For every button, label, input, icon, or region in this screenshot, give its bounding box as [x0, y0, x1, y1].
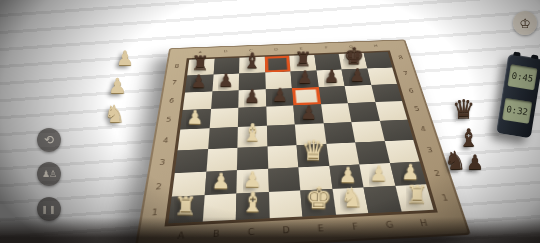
- square-f6[interactable]: [318, 86, 348, 105]
- square-d5[interactable]: [266, 106, 295, 126]
- square-b4[interactable]: [208, 127, 238, 149]
- square-c4[interactable]: ♝: [237, 126, 267, 148]
- square-h7[interactable]: [367, 67, 397, 84]
- file-label-far-h: H: [363, 43, 389, 49]
- square-g6[interactable]: [345, 85, 375, 104]
- rank-label-right-2: 2: [427, 162, 447, 187]
- white-rook-a1[interactable]: ♜: [174, 194, 198, 220]
- undo-icon: ⟲: [44, 133, 54, 147]
- square-d6[interactable]: ♟: [265, 88, 293, 107]
- rank-label-right-3: 3: [420, 139, 439, 162]
- square-h5[interactable]: [375, 101, 407, 121]
- square-a7[interactable]: ♟: [185, 74, 213, 92]
- white-pawn-g2[interactable]: ♟: [369, 163, 388, 184]
- square-d1[interactable]: [268, 191, 302, 218]
- pieces-icon: ♟♙: [42, 169, 56, 179]
- file-label-g: G: [372, 220, 409, 234]
- square-d2[interactable]: [268, 167, 301, 192]
- square-f7[interactable]: ♟: [316, 69, 345, 86]
- square-g4[interactable]: [351, 121, 384, 142]
- white-pawn-b2[interactable]: ♟: [211, 170, 231, 192]
- black-pawn-b7[interactable]: ♟: [217, 71, 233, 89]
- captured-white-pawn: ♟: [108, 76, 127, 97]
- square-e1[interactable]: ♚: [300, 189, 335, 216]
- board-playing-area: ♜♝♜♚♟♟♟♟♟♟♟♟♟♝♛♟♟♟♟♟♜♝♚♞♜: [164, 50, 437, 226]
- captured-black-queen: ♛: [452, 96, 475, 122]
- pause-icon: ❚❚: [41, 205, 56, 214]
- square-h1[interactable]: ♜: [395, 185, 434, 212]
- rank-label-left-6: 6: [164, 92, 178, 111]
- rank-label-left-8: 8: [170, 58, 183, 75]
- rank-label-right-5: 5: [408, 100, 426, 120]
- square-b1[interactable]: [202, 194, 236, 222]
- clock-button-right[interactable]: [531, 54, 539, 59]
- white-bishop-c1[interactable]: ♝: [240, 189, 265, 216]
- square-h8[interactable]: [363, 52, 392, 68]
- black-pawn-g7[interactable]: ♟: [350, 66, 366, 84]
- file-label-far-b: B: [213, 49, 239, 55]
- square-c8[interactable]: ♝: [239, 57, 265, 74]
- board-scene: ABCDEFGH ABCDEFGH 87654321 87654321 ♜♝♜♚…: [142, 0, 452, 243]
- rank-label-left-2: 2: [150, 174, 167, 200]
- rank-label-left-3: 3: [154, 151, 170, 175]
- black-pawn-a7[interactable]: ♟: [191, 72, 207, 90]
- rank-label-left-1: 1: [145, 199, 163, 227]
- square-b7[interactable]: ♟: [212, 73, 239, 91]
- white-knight-f1[interactable]: ♞: [340, 184, 364, 211]
- rank-label-right-6: 6: [403, 82, 420, 100]
- captured-white-knight: ♞: [104, 102, 126, 126]
- pieces-view-button[interactable]: ♟♙: [37, 162, 61, 186]
- square-a4[interactable]: [178, 128, 209, 150]
- clock-display-bottom: 0:32: [502, 98, 532, 124]
- square-h4[interactable]: [379, 120, 413, 141]
- black-bishop-c8[interactable]: ♝: [243, 50, 262, 71]
- clock-time-bottom: 0:32: [506, 104, 529, 117]
- chess-clock: 0:45 0:32: [496, 54, 540, 138]
- file-label-c: C: [233, 227, 268, 241]
- square-d4[interactable]: [266, 125, 296, 147]
- square-c1[interactable]: ♝: [236, 192, 269, 220]
- file-label-far-f: F: [313, 45, 339, 51]
- square-a5[interactable]: ♟: [180, 109, 210, 129]
- file-label-far-d: D: [263, 47, 288, 53]
- rank-label-left-5: 5: [161, 110, 176, 130]
- square-b6[interactable]: [211, 90, 239, 109]
- square-f5[interactable]: [321, 103, 352, 123]
- square-f4[interactable]: [323, 122, 355, 144]
- black-pawn-e5[interactable]: ♟: [300, 103, 317, 122]
- white-queen-e3[interactable]: ♛: [301, 136, 327, 164]
- white-king-e1[interactable]: ♚: [305, 182, 333, 212]
- square-c6[interactable]: ♟: [238, 89, 266, 108]
- square-a3[interactable]: [175, 149, 208, 173]
- square-f1[interactable]: ♞: [332, 188, 368, 215]
- chess-board-frame: ABCDEFGH ABCDEFGH 87654321 87654321 ♜♝♜♚…: [134, 39, 471, 243]
- rank-label-left-7: 7: [167, 74, 181, 92]
- square-a1[interactable]: ♜: [168, 195, 204, 223]
- file-label-a: A: [162, 231, 199, 243]
- black-pawn-d6[interactable]: ♟: [271, 86, 288, 105]
- rank-label-right-1: 1: [435, 185, 457, 212]
- file-label-h: H: [406, 218, 443, 232]
- square-g7[interactable]: ♟: [342, 68, 371, 85]
- rank-label-right-7: 7: [398, 65, 414, 82]
- white-rook-h1[interactable]: ♜: [405, 182, 428, 208]
- square-b5[interactable]: [209, 108, 238, 128]
- captured-white-pawn: ♟: [116, 48, 134, 68]
- captured-black-pawn: ♟: [466, 152, 484, 172]
- file-label-e: E: [303, 223, 339, 237]
- square-e5[interactable]: ♟: [293, 104, 323, 124]
- file-label-f: F: [338, 222, 374, 236]
- square-h6[interactable]: [371, 84, 402, 103]
- black-pawn-f7[interactable]: ♟: [323, 67, 339, 85]
- chess-app-screen: { "game": "chess", "app": {"view": "3d-w…: [0, 0, 540, 243]
- undo-button[interactable]: ⟲: [37, 128, 61, 152]
- clock-time-top: 0:45: [511, 71, 534, 84]
- king-menu-icon: ♔: [519, 16, 531, 31]
- black-pawn-e7[interactable]: ♟: [297, 68, 313, 86]
- square-e3[interactable]: ♛: [297, 144, 329, 167]
- file-label-b: B: [198, 229, 234, 243]
- square-d3[interactable]: [267, 145, 298, 168]
- captured-black-bishop: ♝: [458, 126, 480, 150]
- board-grid: ♜♝♜♚♟♟♟♟♟♟♟♟♟♝♛♟♟♟♟♟♜♝♚♞♜: [168, 52, 433, 223]
- file-label-d: D: [269, 225, 305, 239]
- square-e7[interactable]: ♟: [291, 70, 319, 88]
- rank-label-right-4: 4: [414, 119, 432, 140]
- square-b2[interactable]: ♟: [204, 170, 237, 196]
- clock-button-left[interactable]: [513, 52, 521, 57]
- pause-button[interactable]: ❚❚: [37, 197, 61, 221]
- square-d8[interactable]: [264, 56, 290, 73]
- rank-label-left-4: 4: [158, 130, 174, 152]
- white-bishop-c4[interactable]: ♝: [242, 121, 264, 145]
- black-pawn-c6[interactable]: ♟: [244, 87, 261, 106]
- clock-display-top: 0:45: [507, 64, 537, 90]
- rank-label-right-8: 8: [393, 50, 408, 66]
- white-pawn-a5[interactable]: ♟: [186, 108, 204, 127]
- menu-button[interactable]: ♔: [513, 11, 537, 35]
